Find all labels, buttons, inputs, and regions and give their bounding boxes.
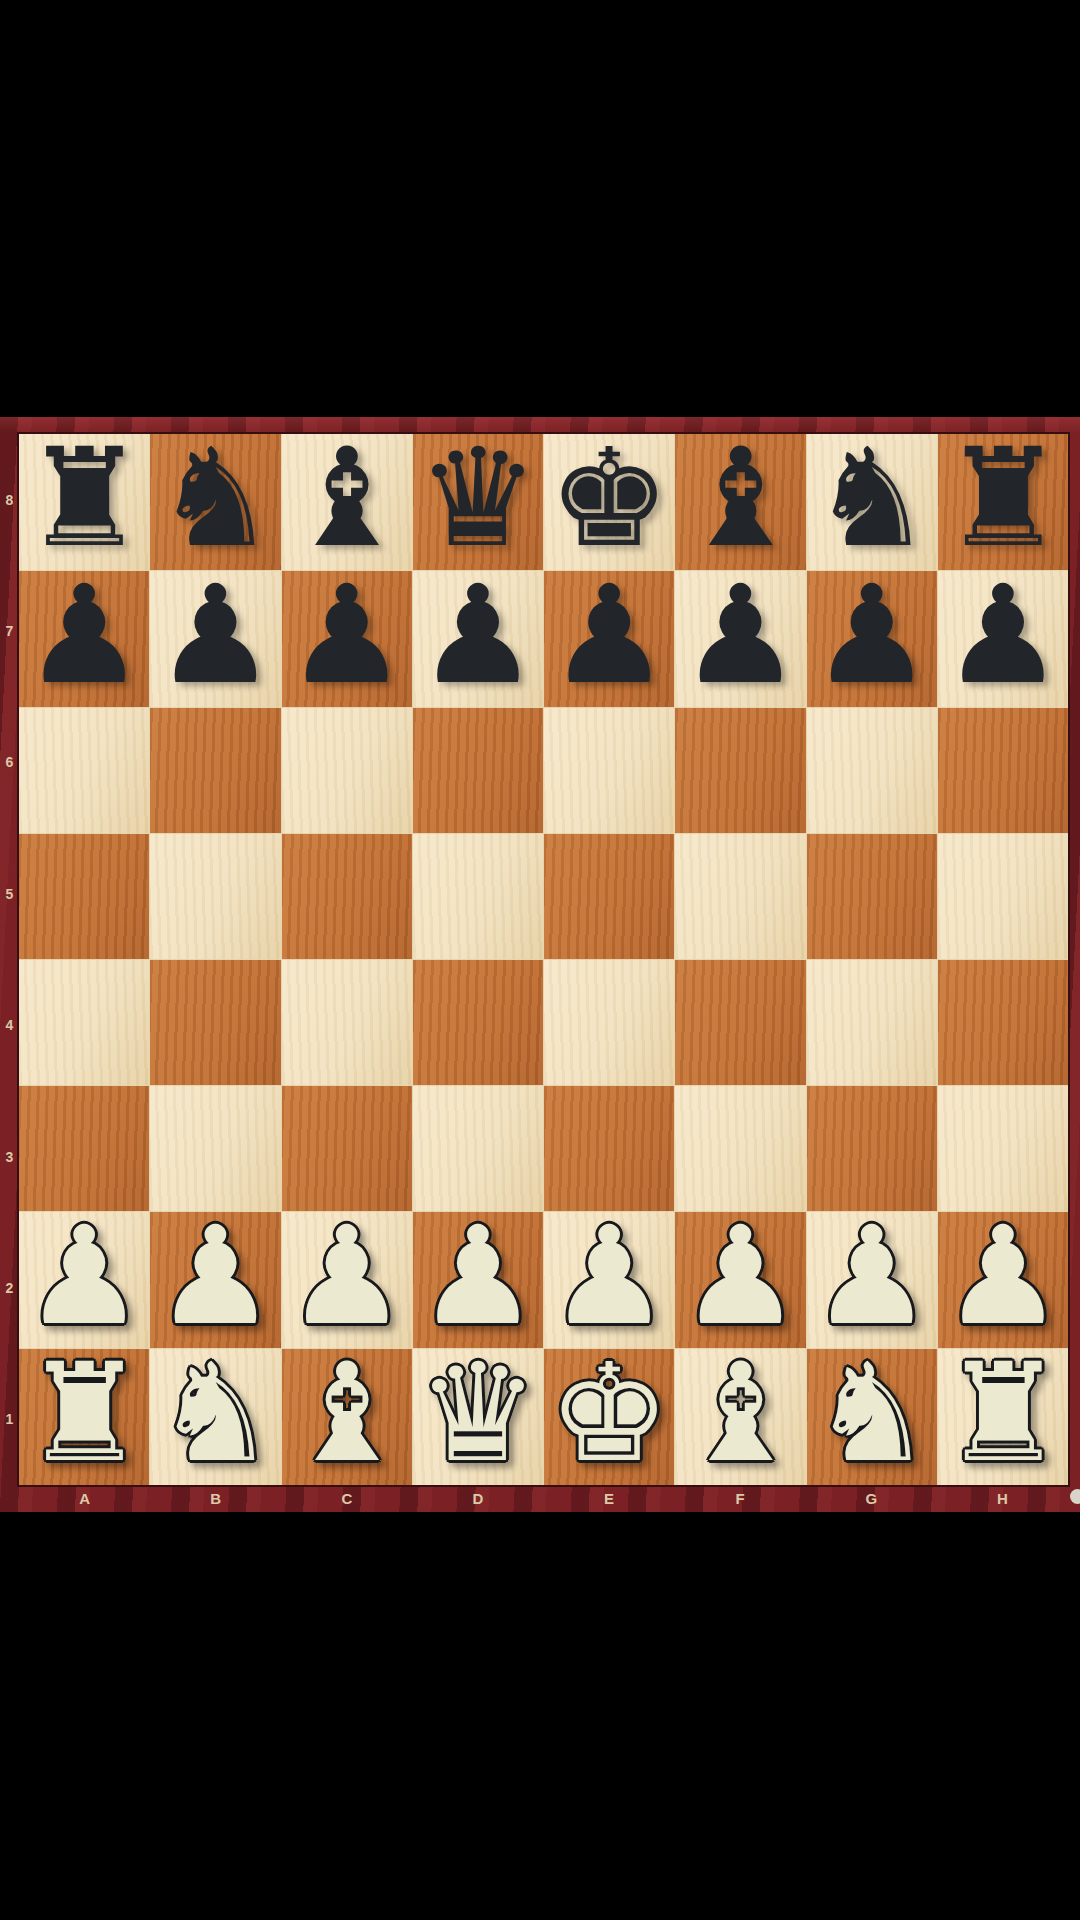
- square-g8[interactable]: ♞: [807, 434, 937, 570]
- file-label-f: F: [736, 1485, 745, 1512]
- piece-black-knight[interactable]: ♞: [154, 430, 276, 566]
- rank-label-8: 8: [0, 492, 19, 508]
- square-d8[interactable]: ♛: [413, 434, 543, 570]
- piece-white-bishop[interactable]: ♝: [679, 1345, 801, 1481]
- square-d1[interactable]: ♛: [413, 1349, 543, 1485]
- rank-label-6: 6: [0, 754, 19, 770]
- piece-white-pawn[interactable]: ♟: [811, 1208, 933, 1344]
- square-h4[interactable]: [938, 960, 1068, 1085]
- chess-board: ♜♞♝♛♚♝♞♜♟♟♟♟♟♟♟♟♟♟♟♟♟♟♟♟♜♞♝♛♚♝♞♜: [19, 434, 1068, 1485]
- square-c4[interactable]: [282, 960, 412, 1085]
- square-e7[interactable]: ♟: [544, 571, 674, 707]
- rank-label-4: 4: [0, 1017, 19, 1033]
- square-c5[interactable]: [282, 834, 412, 959]
- square-c6[interactable]: [282, 708, 412, 833]
- screen: ♜♞♝♛♚♝♞♜♟♟♟♟♟♟♟♟♟♟♟♟♟♟♟♟♜♞♝♛♚♝♞♜ 8765432…: [0, 0, 1080, 1920]
- square-h2[interactable]: ♟: [938, 1212, 1068, 1348]
- square-e3[interactable]: [544, 1086, 674, 1211]
- square-a1[interactable]: ♜: [19, 1349, 149, 1485]
- file-label-h: H: [997, 1485, 1008, 1512]
- square-g2[interactable]: ♟: [807, 1212, 937, 1348]
- square-a6[interactable]: [19, 708, 149, 833]
- chess-board-frame: ♜♞♝♛♚♝♞♜♟♟♟♟♟♟♟♟♟♟♟♟♟♟♟♟♜♞♝♛♚♝♞♜ 8765432…: [0, 417, 1080, 1512]
- square-f2[interactable]: ♟: [675, 1212, 805, 1348]
- piece-white-pawn[interactable]: ♟: [942, 1208, 1064, 1344]
- square-f5[interactable]: [675, 834, 805, 959]
- piece-white-pawn[interactable]: ♟: [286, 1208, 408, 1344]
- square-e1[interactable]: ♚: [544, 1349, 674, 1485]
- rank-label-5: 5: [0, 886, 19, 902]
- rank-label-1: 1: [0, 1411, 19, 1427]
- piece-white-pawn[interactable]: ♟: [417, 1208, 539, 1344]
- square-d4[interactable]: [413, 960, 543, 1085]
- file-label-b: B: [210, 1485, 221, 1512]
- square-b1[interactable]: ♞: [150, 1349, 280, 1485]
- square-c1[interactable]: ♝: [282, 1349, 412, 1485]
- square-c8[interactable]: ♝: [282, 434, 412, 570]
- square-g6[interactable]: [807, 708, 937, 833]
- square-d2[interactable]: ♟: [413, 1212, 543, 1348]
- square-h7[interactable]: ♟: [938, 571, 1068, 707]
- square-e4[interactable]: [544, 960, 674, 1085]
- file-label-c: C: [341, 1485, 352, 1512]
- square-h5[interactable]: [938, 834, 1068, 959]
- square-a4[interactable]: [19, 960, 149, 1085]
- rank-label-3: 3: [0, 1149, 19, 1165]
- piece-black-pawn[interactable]: ♟: [548, 567, 670, 703]
- rank-label-2: 2: [0, 1280, 19, 1296]
- square-a7[interactable]: ♟: [19, 571, 149, 707]
- piece-black-pawn[interactable]: ♟: [679, 567, 801, 703]
- square-h3[interactable]: [938, 1086, 1068, 1211]
- square-d5[interactable]: [413, 834, 543, 959]
- square-c3[interactable]: [282, 1086, 412, 1211]
- square-e5[interactable]: [544, 834, 674, 959]
- square-b7[interactable]: ♟: [150, 571, 280, 707]
- piece-white-rook[interactable]: ♜: [942, 1345, 1064, 1481]
- square-e2[interactable]: ♟: [544, 1212, 674, 1348]
- square-d6[interactable]: [413, 708, 543, 833]
- piece-white-knight[interactable]: ♞: [154, 1345, 276, 1481]
- rank-label-7: 7: [0, 623, 19, 639]
- square-f3[interactable]: [675, 1086, 805, 1211]
- square-b4[interactable]: [150, 960, 280, 1085]
- square-f6[interactable]: [675, 708, 805, 833]
- square-g7[interactable]: ♟: [807, 571, 937, 707]
- square-b3[interactable]: [150, 1086, 280, 1211]
- file-label-a: A: [79, 1485, 90, 1512]
- square-f1[interactable]: ♝: [675, 1349, 805, 1485]
- square-c7[interactable]: ♟: [282, 571, 412, 707]
- square-g1[interactable]: ♞: [807, 1349, 937, 1485]
- piece-white-pawn[interactable]: ♟: [548, 1208, 670, 1344]
- square-g3[interactable]: [807, 1086, 937, 1211]
- square-f7[interactable]: ♟: [675, 571, 805, 707]
- piece-black-knight[interactable]: ♞: [811, 430, 933, 566]
- square-e8[interactable]: ♚: [544, 434, 674, 570]
- square-a5[interactable]: [19, 834, 149, 959]
- square-a2[interactable]: ♟: [19, 1212, 149, 1348]
- file-label-d: D: [473, 1485, 484, 1512]
- square-a3[interactable]: [19, 1086, 149, 1211]
- corner-dot-icon: [1070, 1489, 1080, 1504]
- piece-black-pawn[interactable]: ♟: [811, 567, 933, 703]
- piece-white-pawn[interactable]: ♟: [679, 1208, 801, 1344]
- square-b2[interactable]: ♟: [150, 1212, 280, 1348]
- square-f8[interactable]: ♝: [675, 434, 805, 570]
- piece-black-bishop[interactable]: ♝: [286, 430, 408, 566]
- square-h1[interactable]: ♜: [938, 1349, 1068, 1485]
- piece-black-pawn[interactable]: ♟: [286, 567, 408, 703]
- square-b8[interactable]: ♞: [150, 434, 280, 570]
- square-g4[interactable]: [807, 960, 937, 1085]
- square-g5[interactable]: [807, 834, 937, 959]
- square-c2[interactable]: ♟: [282, 1212, 412, 1348]
- piece-white-queen[interactable]: ♛: [417, 1345, 539, 1481]
- piece-black-pawn[interactable]: ♟: [942, 567, 1064, 703]
- piece-white-pawn[interactable]: ♟: [154, 1208, 276, 1344]
- piece-black-bishop[interactable]: ♝: [679, 430, 801, 566]
- piece-black-rook[interactable]: ♜: [942, 430, 1064, 566]
- square-h8[interactable]: ♜: [938, 434, 1068, 570]
- square-f4[interactable]: [675, 960, 805, 1085]
- piece-white-bishop[interactable]: ♝: [286, 1345, 408, 1481]
- square-a8[interactable]: ♜: [19, 434, 149, 570]
- piece-black-pawn[interactable]: ♟: [417, 567, 539, 703]
- piece-white-pawn[interactable]: ♟: [23, 1208, 145, 1344]
- piece-black-rook[interactable]: ♜: [23, 430, 145, 566]
- square-h6[interactable]: [938, 708, 1068, 833]
- file-label-g: G: [865, 1485, 877, 1512]
- square-d3[interactable]: [413, 1086, 543, 1211]
- square-d7[interactable]: ♟: [413, 571, 543, 707]
- square-b6[interactable]: [150, 708, 280, 833]
- piece-black-queen[interactable]: ♛: [417, 430, 539, 566]
- piece-black-king[interactable]: ♚: [548, 430, 670, 566]
- square-e6[interactable]: [544, 708, 674, 833]
- piece-black-pawn[interactable]: ♟: [23, 567, 145, 703]
- square-b5[interactable]: [150, 834, 280, 959]
- file-label-e: E: [604, 1485, 614, 1512]
- piece-white-king[interactable]: ♚: [548, 1345, 670, 1481]
- piece-white-knight[interactable]: ♞: [811, 1345, 933, 1481]
- piece-black-pawn[interactable]: ♟: [154, 567, 276, 703]
- piece-white-rook[interactable]: ♜: [23, 1345, 145, 1481]
